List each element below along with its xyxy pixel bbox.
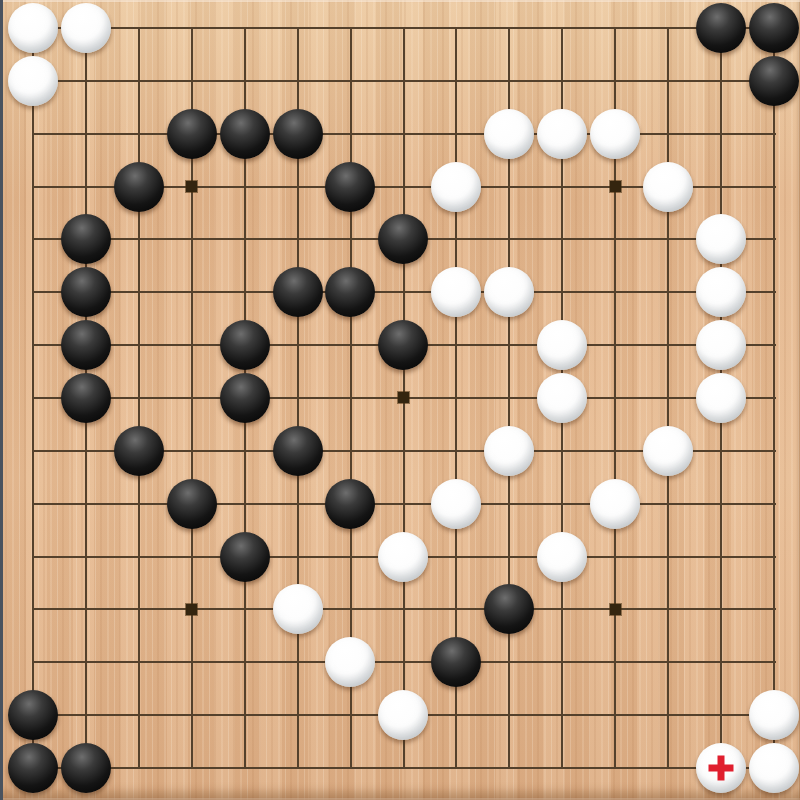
black-stone[interactable] — [325, 267, 375, 317]
intersection[interactable] — [747, 689, 800, 742]
white-stone[interactable] — [537, 373, 587, 423]
intersection[interactable] — [483, 160, 536, 213]
intersection[interactable] — [324, 54, 377, 107]
white-stone[interactable] — [378, 532, 428, 582]
intersection[interactable] — [165, 477, 218, 530]
intersection[interactable] — [112, 372, 165, 425]
intersection[interactable] — [642, 266, 695, 319]
intersection[interactable] — [59, 583, 112, 636]
intersection[interactable] — [7, 477, 60, 530]
intersection[interactable] — [747, 213, 800, 266]
intersection[interactable] — [7, 530, 60, 583]
black-stone[interactable] — [696, 3, 746, 53]
intersection[interactable] — [165, 2, 218, 55]
intersection[interactable] — [642, 107, 695, 160]
intersection[interactable] — [377, 689, 430, 742]
intersection[interactable] — [377, 636, 430, 689]
intersection[interactable] — [218, 689, 271, 742]
intersection[interactable] — [536, 54, 589, 107]
intersection[interactable] — [271, 583, 324, 636]
intersection[interactable] — [112, 266, 165, 319]
black-stone[interactable] — [273, 426, 323, 476]
intersection[interactable] — [483, 213, 536, 266]
intersection[interactable] — [536, 319, 589, 372]
intersection[interactable] — [642, 424, 695, 477]
black-stone[interactable] — [273, 109, 323, 159]
intersection[interactable] — [59, 2, 112, 55]
white-stone[interactable] — [696, 373, 746, 423]
intersection[interactable] — [165, 689, 218, 742]
intersection[interactable] — [112, 477, 165, 530]
black-stone[interactable] — [61, 267, 111, 317]
intersection[interactable] — [589, 319, 642, 372]
intersection[interactable] — [218, 372, 271, 425]
intersection[interactable] — [324, 477, 377, 530]
intersection[interactable] — [218, 636, 271, 689]
intersection[interactable] — [271, 213, 324, 266]
intersection[interactable] — [536, 372, 589, 425]
white-stone[interactable] — [484, 426, 534, 476]
intersection[interactable] — [59, 319, 112, 372]
intersection[interactable] — [483, 266, 536, 319]
intersection[interactable] — [642, 319, 695, 372]
intersection[interactable] — [165, 319, 218, 372]
intersection[interactable] — [59, 530, 112, 583]
black-stone[interactable] — [8, 743, 58, 793]
intersection[interactable] — [271, 636, 324, 689]
white-stone[interactable] — [590, 479, 640, 529]
intersection[interactable] — [694, 583, 747, 636]
intersection[interactable] — [694, 477, 747, 530]
intersection[interactable] — [483, 54, 536, 107]
last-move-marker — [708, 755, 733, 780]
intersection[interactable] — [430, 689, 483, 742]
intersection[interactable] — [747, 160, 800, 213]
intersection[interactable] — [483, 2, 536, 55]
intersection[interactable] — [377, 424, 430, 477]
black-stone[interactable] — [220, 109, 270, 159]
intersection[interactable] — [536, 266, 589, 319]
intersection[interactable] — [324, 424, 377, 477]
intersection[interactable] — [642, 160, 695, 213]
intersection[interactable] — [430, 477, 483, 530]
intersection[interactable] — [483, 319, 536, 372]
white-stone[interactable] — [537, 109, 587, 159]
intersection[interactable] — [694, 319, 747, 372]
intersection[interactable] — [112, 689, 165, 742]
intersection[interactable] — [59, 372, 112, 425]
intersection[interactable] — [377, 477, 430, 530]
white-stone[interactable] — [643, 426, 693, 476]
intersection[interactable] — [430, 2, 483, 55]
white-stone[interactable] — [590, 109, 640, 159]
intersection[interactable] — [377, 372, 430, 425]
intersection[interactable] — [642, 530, 695, 583]
intersection[interactable] — [324, 160, 377, 213]
intersection[interactable] — [747, 372, 800, 425]
intersection[interactable] — [483, 107, 536, 160]
intersection[interactable] — [218, 107, 271, 160]
black-stone[interactable] — [61, 373, 111, 423]
intersection[interactable] — [536, 160, 589, 213]
intersection[interactable] — [112, 636, 165, 689]
black-stone[interactable] — [61, 320, 111, 370]
intersection[interactable] — [536, 636, 589, 689]
intersection[interactable] — [589, 372, 642, 425]
intersection[interactable] — [7, 319, 60, 372]
intersection[interactable] — [324, 689, 377, 742]
intersection[interactable] — [112, 742, 165, 795]
intersection[interactable] — [271, 477, 324, 530]
intersection[interactable] — [483, 636, 536, 689]
intersection[interactable] — [483, 530, 536, 583]
intersection[interactable] — [377, 160, 430, 213]
black-stone[interactable] — [378, 320, 428, 370]
intersection[interactable] — [483, 689, 536, 742]
black-stone[interactable] — [325, 479, 375, 529]
intersection[interactable] — [112, 530, 165, 583]
intersection[interactable] — [747, 319, 800, 372]
hoshi-point — [186, 181, 197, 192]
intersection[interactable] — [218, 583, 271, 636]
intersection[interactable] — [165, 266, 218, 319]
white-stone[interactable] — [431, 162, 481, 212]
intersection[interactable] — [694, 636, 747, 689]
white-stone[interactable] — [325, 637, 375, 687]
white-stone[interactable] — [431, 267, 481, 317]
white-stone[interactable] — [696, 267, 746, 317]
intersection[interactable] — [747, 266, 800, 319]
intersection[interactable] — [430, 742, 483, 795]
intersection[interactable] — [59, 477, 112, 530]
black-stone[interactable] — [749, 56, 799, 106]
intersection[interactable] — [112, 424, 165, 477]
intersection[interactable] — [430, 583, 483, 636]
intersection[interactable] — [112, 2, 165, 55]
intersection[interactable] — [589, 583, 642, 636]
intersection[interactable] — [642, 636, 695, 689]
intersection[interactable] — [112, 213, 165, 266]
black-stone[interactable] — [8, 690, 58, 740]
black-stone[interactable] — [325, 162, 375, 212]
intersection[interactable] — [324, 319, 377, 372]
intersection[interactable] — [694, 266, 747, 319]
intersection[interactable] — [536, 583, 589, 636]
intersection[interactable] — [59, 636, 112, 689]
intersection[interactable] — [377, 742, 430, 795]
intersection[interactable] — [694, 689, 747, 742]
white-stone[interactable] — [8, 3, 58, 53]
intersection[interactable] — [165, 583, 218, 636]
intersection[interactable] — [694, 54, 747, 107]
intersection[interactable] — [642, 54, 695, 107]
intersection[interactable] — [536, 2, 589, 55]
intersection[interactable] — [483, 372, 536, 425]
intersection[interactable] — [430, 107, 483, 160]
intersection[interactable] — [747, 54, 800, 107]
black-stone[interactable] — [484, 584, 534, 634]
intersection[interactable] — [218, 160, 271, 213]
intersection[interactable] — [112, 319, 165, 372]
intersection[interactable] — [271, 160, 324, 213]
intersection[interactable] — [112, 160, 165, 213]
intersection[interactable] — [536, 107, 589, 160]
intersection[interactable] — [377, 266, 430, 319]
intersection[interactable] — [271, 2, 324, 55]
intersection[interactable] — [324, 583, 377, 636]
intersection[interactable] — [747, 530, 800, 583]
black-stone[interactable] — [378, 214, 428, 264]
intersection[interactable] — [430, 424, 483, 477]
intersection[interactable] — [271, 424, 324, 477]
intersection[interactable] — [694, 2, 747, 55]
white-stone[interactable] — [643, 162, 693, 212]
black-stone[interactable] — [273, 267, 323, 317]
intersection[interactable] — [218, 54, 271, 107]
white-stone[interactable] — [696, 214, 746, 264]
white-stone[interactable] — [749, 743, 799, 793]
intersection[interactable] — [271, 530, 324, 583]
intersection[interactable] — [430, 636, 483, 689]
white-stone[interactable] — [273, 584, 323, 634]
intersection[interactable] — [589, 213, 642, 266]
intersection[interactable] — [483, 742, 536, 795]
intersection[interactable] — [165, 372, 218, 425]
intersection[interactable] — [59, 689, 112, 742]
intersection[interactable] — [642, 213, 695, 266]
intersection[interactable] — [589, 477, 642, 530]
intersection[interactable] — [589, 266, 642, 319]
black-stone[interactable] — [220, 373, 270, 423]
intersection[interactable] — [642, 372, 695, 425]
intersection[interactable] — [324, 2, 377, 55]
intersection[interactable] — [7, 583, 60, 636]
white-stone[interactable] — [696, 320, 746, 370]
white-stone[interactable] — [537, 320, 587, 370]
intersection[interactable] — [7, 54, 60, 107]
intersection[interactable] — [536, 424, 589, 477]
intersection[interactable] — [165, 742, 218, 795]
intersection[interactable] — [430, 530, 483, 583]
intersection[interactable] — [377, 583, 430, 636]
intersection[interactable] — [271, 107, 324, 160]
intersection[interactable] — [165, 54, 218, 107]
intersection[interactable] — [218, 742, 271, 795]
intersection[interactable] — [589, 2, 642, 55]
intersection[interactable] — [7, 742, 60, 795]
intersection[interactable] — [165, 160, 218, 213]
black-stone[interactable] — [61, 214, 111, 264]
intersection[interactable] — [218, 319, 271, 372]
intersection[interactable] — [430, 54, 483, 107]
intersection[interactable] — [430, 160, 483, 213]
intersection[interactable] — [483, 477, 536, 530]
white-stone[interactable] — [378, 690, 428, 740]
intersection[interactable] — [747, 583, 800, 636]
intersection[interactable] — [430, 213, 483, 266]
intersection[interactable] — [59, 54, 112, 107]
intersection[interactable] — [430, 266, 483, 319]
black-stone[interactable] — [114, 162, 164, 212]
intersection[interactable] — [589, 54, 642, 107]
intersection[interactable] — [430, 319, 483, 372]
intersection[interactable] — [377, 213, 430, 266]
intersection[interactable] — [112, 107, 165, 160]
intersection[interactable] — [536, 477, 589, 530]
intersection[interactable] — [59, 266, 112, 319]
intersection[interactable] — [589, 636, 642, 689]
white-stone[interactable] — [61, 3, 111, 53]
intersection[interactable] — [271, 266, 324, 319]
hoshi-point — [398, 392, 409, 403]
intersection[interactable] — [694, 742, 747, 795]
intersection[interactable] — [642, 477, 695, 530]
intersection[interactable] — [377, 530, 430, 583]
intersection[interactable] — [694, 160, 747, 213]
intersection[interactable] — [483, 424, 536, 477]
white-stone[interactable] — [537, 532, 587, 582]
intersection[interactable] — [7, 107, 60, 160]
black-stone[interactable] — [220, 320, 270, 370]
white-stone[interactable] — [431, 479, 481, 529]
intersection[interactable] — [324, 372, 377, 425]
intersection[interactable] — [377, 54, 430, 107]
intersection[interactable] — [218, 2, 271, 55]
intersection[interactable] — [324, 530, 377, 583]
intersection[interactable] — [7, 372, 60, 425]
white-stone[interactable] — [749, 690, 799, 740]
intersection[interactable] — [165, 213, 218, 266]
intersection[interactable] — [59, 742, 112, 795]
intersection[interactable] — [747, 477, 800, 530]
intersection[interactable] — [7, 160, 60, 213]
intersection[interactable] — [218, 213, 271, 266]
intersection[interactable] — [642, 583, 695, 636]
intersection[interactable] — [218, 477, 271, 530]
intersection[interactable] — [589, 107, 642, 160]
go-board[interactable] — [0, 0, 800, 800]
intersection[interactable] — [694, 107, 747, 160]
intersection[interactable] — [536, 530, 589, 583]
intersection[interactable] — [218, 530, 271, 583]
intersection[interactable] — [324, 107, 377, 160]
intersection[interactable] — [694, 213, 747, 266]
intersection[interactable] — [165, 636, 218, 689]
intersection[interactable] — [59, 424, 112, 477]
intersection[interactable] — [7, 636, 60, 689]
intersection[interactable] — [218, 424, 271, 477]
intersection[interactable] — [7, 213, 60, 266]
intersection[interactable] — [536, 742, 589, 795]
intersection[interactable] — [324, 742, 377, 795]
intersection[interactable] — [747, 742, 800, 795]
intersection[interactable] — [536, 213, 589, 266]
hoshi-point — [610, 181, 621, 192]
intersection[interactable] — [59, 160, 112, 213]
intersection[interactable] — [589, 689, 642, 742]
board-grid — [7, 2, 800, 795]
intersection[interactable] — [589, 530, 642, 583]
hoshi-point — [186, 604, 197, 615]
intersection[interactable] — [747, 107, 800, 160]
intersection[interactable] — [7, 2, 60, 55]
black-stone[interactable] — [431, 637, 481, 687]
intersection[interactable] — [59, 107, 112, 160]
intersection[interactable] — [747, 636, 800, 689]
intersection[interactable] — [7, 266, 60, 319]
black-stone[interactable] — [220, 532, 270, 582]
black-stone[interactable] — [749, 3, 799, 53]
intersection[interactable] — [112, 54, 165, 107]
intersection[interactable] — [589, 160, 642, 213]
intersection[interactable] — [324, 636, 377, 689]
intersection[interactable] — [165, 424, 218, 477]
white-stone[interactable] — [484, 267, 534, 317]
intersection[interactable] — [589, 742, 642, 795]
intersection[interactable] — [589, 424, 642, 477]
intersection[interactable] — [7, 689, 60, 742]
intersection[interactable] — [271, 54, 324, 107]
white-stone[interactable] — [8, 56, 58, 106]
black-stone[interactable] — [167, 479, 217, 529]
white-stone[interactable] — [484, 109, 534, 159]
intersection[interactable] — [324, 266, 377, 319]
intersection[interactable] — [271, 689, 324, 742]
intersection[interactable] — [747, 2, 800, 55]
black-stone[interactable] — [114, 426, 164, 476]
hoshi-point — [610, 604, 621, 615]
intersection[interactable] — [59, 213, 112, 266]
intersection[interactable] — [694, 424, 747, 477]
intersection[interactable] — [430, 372, 483, 425]
intersection[interactable] — [271, 319, 324, 372]
intersection[interactable] — [165, 530, 218, 583]
intersection[interactable] — [165, 107, 218, 160]
intersection[interactable] — [483, 583, 536, 636]
intersection[interactable] — [536, 689, 589, 742]
intersection[interactable] — [694, 530, 747, 583]
intersection[interactable] — [377, 2, 430, 55]
black-stone[interactable] — [167, 109, 217, 159]
intersection[interactable] — [377, 319, 430, 372]
intersection[interactable] — [642, 689, 695, 742]
intersection[interactable] — [324, 213, 377, 266]
black-stone[interactable] — [61, 743, 111, 793]
intersection[interactable] — [7, 424, 60, 477]
intersection[interactable] — [112, 583, 165, 636]
intersection[interactable] — [218, 266, 271, 319]
intersection[interactable] — [642, 742, 695, 795]
intersection[interactable] — [747, 424, 800, 477]
intersection[interactable] — [642, 2, 695, 55]
intersection[interactable] — [271, 742, 324, 795]
intersection[interactable] — [694, 372, 747, 425]
intersection[interactable] — [377, 107, 430, 160]
intersection[interactable] — [271, 372, 324, 425]
